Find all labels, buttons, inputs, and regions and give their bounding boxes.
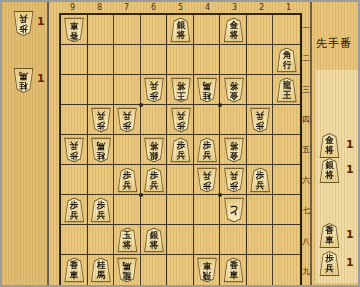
piece-kanji: 金将 [320, 134, 339, 157]
square-1九[interactable] [273, 255, 300, 285]
piece-kanji: 歩兵 [144, 169, 163, 192]
square-2一[interactable] [247, 15, 274, 45]
piece-kanji: 歩兵 [198, 169, 217, 192]
piece-kanji: 歩兵 [198, 139, 217, 162]
square-5六[interactable] [167, 165, 194, 195]
file-label-8: 8 [86, 3, 113, 12]
star-point [218, 193, 222, 197]
file-label-2: 2 [248, 3, 275, 12]
file-label-3: 3 [221, 3, 248, 12]
square-6七[interactable] [141, 195, 168, 225]
piece-kanji: 銀将 [320, 159, 339, 182]
left-divider [47, 2, 49, 285]
square-1六[interactable] [273, 165, 300, 195]
piece-kanji: 桂馬 [14, 69, 33, 92]
piece-kanji: 歩兵 [118, 169, 137, 192]
square-2五[interactable] [247, 135, 274, 165]
square-3二[interactable] [220, 45, 247, 75]
piece-kanji: 歩兵 [144, 79, 163, 102]
piece-kanji: 歩兵 [171, 139, 190, 162]
piece-kanji: 銀将 [144, 139, 163, 162]
piece-kanji: 飛車 [198, 259, 217, 282]
piece-kanji: 香車 [65, 259, 84, 282]
piece-kanji: 角行 [277, 49, 296, 72]
square-6九[interactable] [141, 255, 168, 285]
square-5二[interactable] [167, 45, 194, 75]
square-4七[interactable] [194, 195, 221, 225]
square-4二[interactable] [194, 45, 221, 75]
square-7七[interactable] [114, 195, 141, 225]
piece-kanji: 歩兵 [14, 12, 33, 35]
piece-kanji: 歩兵 [320, 252, 339, 275]
star-point [139, 103, 143, 107]
square-1四[interactable] [273, 105, 300, 135]
square-1五[interactable] [273, 135, 300, 165]
file-label-7: 7 [113, 3, 140, 12]
piece-kanji: 玉将 [118, 229, 137, 252]
square-4八[interactable] [194, 225, 221, 255]
piece-kanji: 歩兵 [251, 109, 270, 132]
piece-kanji: 金将 [224, 19, 243, 42]
square-8八[interactable] [88, 225, 115, 255]
square-1一[interactable] [273, 15, 300, 45]
square-4一[interactable] [194, 15, 221, 45]
star-point [218, 103, 222, 107]
hand-count: 1 [37, 72, 45, 85]
hand-count: 1 [346, 256, 354, 269]
square-2九[interactable] [247, 255, 274, 285]
hand-count: 1 [346, 163, 354, 176]
square-2三[interactable] [247, 75, 274, 105]
square-1七[interactable] [273, 195, 300, 225]
square-5七[interactable] [167, 195, 194, 225]
piece-kanji: 桂馬 [198, 79, 217, 102]
piece-kanji: 歩兵 [65, 199, 84, 222]
square-5九[interactable] [167, 255, 194, 285]
square-5八[interactable] [167, 225, 194, 255]
file-label-1: 1 [275, 3, 302, 12]
piece-kanji: 歩兵 [91, 199, 110, 222]
right-divider [310, 2, 312, 285]
piece-kanji: 銀将 [144, 229, 163, 252]
gote-captured-stand [2, 2, 47, 285]
piece-kanji: 歩兵 [251, 169, 270, 192]
hand-count: 1 [346, 228, 354, 241]
square-9三[interactable] [61, 75, 88, 105]
square-2二[interactable] [247, 45, 274, 75]
square-7一[interactable] [114, 15, 141, 45]
square-2八[interactable] [247, 225, 274, 255]
star-point [139, 193, 143, 197]
shogi-app: 香車銀将金将角行歩兵王将桂馬金将龍王歩兵歩兵歩兵歩兵歩兵桂馬銀将歩兵歩兵金将歩兵… [0, 0, 360, 287]
file-label-4: 4 [194, 3, 221, 12]
shogi-board: 香車銀将金将角行歩兵王将桂馬金将龍王歩兵歩兵歩兵歩兵歩兵桂馬銀将歩兵歩兵金将歩兵… [59, 13, 302, 287]
square-7三[interactable] [114, 75, 141, 105]
piece-kanji: 香車 [320, 224, 339, 247]
piece-kanji: 香車 [224, 259, 243, 282]
piece-kanji: 桂馬 [91, 259, 110, 282]
piece-kanji: 歩兵 [91, 109, 110, 132]
square-9八[interactable] [61, 225, 88, 255]
square-9六[interactable] [61, 165, 88, 195]
square-6二[interactable] [141, 45, 168, 75]
square-7二[interactable] [114, 45, 141, 75]
hand-count: 1 [37, 15, 45, 28]
file-label-6: 6 [140, 3, 167, 12]
square-8一[interactable] [88, 15, 115, 45]
hand-count: 1 [346, 138, 354, 151]
square-7五[interactable] [114, 135, 141, 165]
square-4四[interactable] [194, 105, 221, 135]
square-6一[interactable] [141, 15, 168, 45]
square-8六[interactable] [88, 165, 115, 195]
piece-kanji: 龍王 [277, 79, 296, 102]
turn-indicator: 先手番 [316, 36, 352, 51]
file-label-9: 9 [59, 3, 86, 12]
file-label-5: 5 [167, 3, 194, 12]
square-9二[interactable] [61, 45, 88, 75]
piece-kanji: 銀将 [171, 19, 190, 42]
square-1八[interactable] [273, 225, 300, 255]
square-8二[interactable] [88, 45, 115, 75]
square-3八[interactable] [220, 225, 247, 255]
square-9四[interactable] [61, 105, 88, 135]
square-2七[interactable] [247, 195, 274, 225]
square-8三[interactable] [88, 75, 115, 105]
square-6四[interactable] [141, 105, 168, 135]
piece-kanji: 桂馬 [91, 139, 110, 162]
square-3四[interactable] [220, 105, 247, 135]
